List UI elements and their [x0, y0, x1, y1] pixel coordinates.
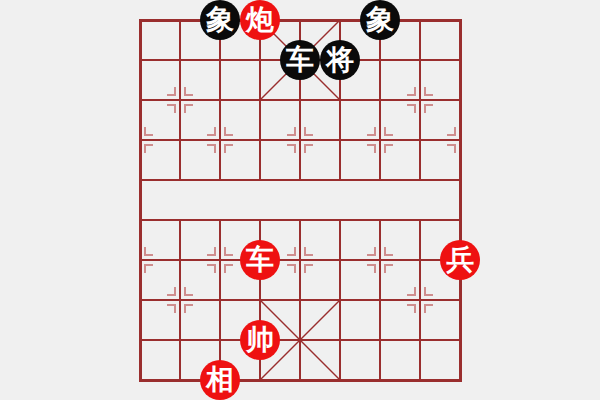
- piece-black-general[interactable]: 将: [320, 40, 360, 80]
- piece-black-chariot[interactable]: 车: [280, 40, 320, 80]
- piece-red-elephant[interactable]: 相: [200, 360, 240, 400]
- piece-black-elephant[interactable]: 象: [360, 0, 400, 40]
- piece-black-elephant[interactable]: 象: [200, 0, 240, 40]
- piece-red-chariot[interactable]: 车: [240, 240, 280, 280]
- piece-red-soldier[interactable]: 兵: [440, 240, 480, 280]
- piece-red-general[interactable]: 帅: [240, 320, 280, 360]
- piece-red-cannon[interactable]: 炮: [240, 0, 280, 40]
- xiangqi-board: 象炮象车将车兵帅相: [0, 0, 600, 400]
